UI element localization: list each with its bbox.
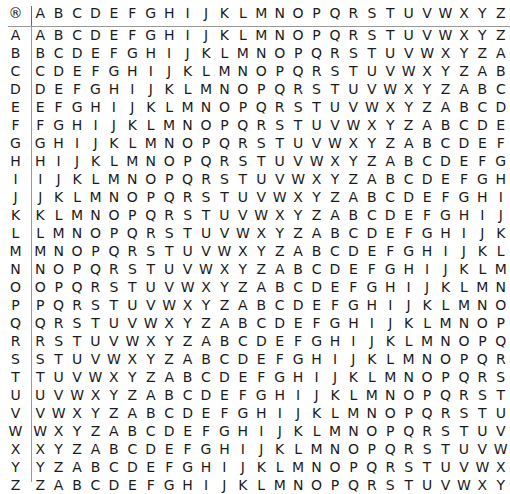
cell-Q-I: Y (178, 314, 196, 332)
cell-B-F: G (123, 44, 141, 62)
cell-I-O: W (289, 170, 307, 188)
cell-U-V: P (418, 386, 436, 404)
cell-V-Y: T (473, 404, 491, 422)
cell-N-Y: L (473, 260, 491, 278)
cell-L-T: E (381, 224, 399, 242)
cell-J-Q: Z (326, 188, 344, 206)
cell-K-Z: J (492, 206, 510, 224)
cell-Y-I: G (178, 458, 196, 476)
cell-A-E: E (105, 26, 123, 44)
cell-D-B: E (49, 80, 67, 98)
cell-K-H: R (160, 206, 178, 224)
cell-G-V: B (418, 134, 436, 152)
cell-M-D: P (86, 242, 104, 260)
cell-G-D: J (86, 134, 104, 152)
cell-V-H: C (160, 404, 178, 422)
cell-O-Y: M (473, 278, 491, 296)
cell-M-H: T (160, 242, 178, 260)
cell-J-I: R (178, 188, 196, 206)
cell-Y-R: P (344, 458, 362, 476)
cell-P-W: L (436, 296, 454, 314)
cell-K-E: O (105, 206, 123, 224)
cell-O-W: K (436, 278, 454, 296)
cell-E-A: E (31, 98, 49, 116)
cell-I-W: E (436, 170, 454, 188)
cell-J-L: U (234, 188, 252, 206)
cell-E-E: I (105, 98, 123, 116)
cell-F-F: K (123, 116, 141, 134)
cell-R-J: A (197, 332, 215, 350)
cell-K-S: C (363, 206, 381, 224)
cell-W-C: Y (68, 422, 86, 440)
cell-I-R: Z (344, 170, 362, 188)
col-header-P: P (307, 0, 325, 26)
cell-U-W: Q (436, 386, 454, 404)
cell-B-D: E (86, 44, 104, 62)
cell-F-Y: D (473, 116, 491, 134)
cell-R-Q: H (326, 332, 344, 350)
cell-Z-W: V (436, 476, 454, 494)
cell-K-M: W (252, 206, 270, 224)
cell-A-F: F (123, 26, 141, 44)
col-header-F: F (123, 0, 141, 26)
cell-I-G: O (142, 170, 160, 188)
cell-Y-W: U (436, 458, 454, 476)
cell-T-T: M (381, 368, 399, 386)
cell-H-L: S (234, 152, 252, 170)
cell-L-E: P (105, 224, 123, 242)
cell-E-Y: C (473, 98, 491, 116)
cell-O-O: C (289, 278, 307, 296)
cell-E-U: Y (399, 98, 417, 116)
cell-P-S: H (363, 296, 381, 314)
cell-W-N: J (270, 422, 288, 440)
col-header-D: D (86, 0, 104, 26)
cell-C-H: J (160, 62, 178, 80)
cell-S-N: F (270, 350, 288, 368)
cell-W-Z: V (492, 422, 510, 440)
cell-V-K: F (215, 404, 233, 422)
cell-I-T: B (381, 170, 399, 188)
cell-Y-A: Y (31, 458, 49, 476)
cell-Z-R: Q (344, 476, 362, 494)
cell-D-R: U (344, 80, 362, 98)
cell-D-W: Z (436, 80, 454, 98)
cell-M-Y: K (473, 242, 491, 260)
cell-P-B: Q (49, 296, 67, 314)
cell-C-U: W (399, 62, 417, 80)
cell-K-D: N (86, 206, 104, 224)
cell-R-D: U (86, 332, 104, 350)
cell-U-R: L (344, 386, 362, 404)
cell-K-Y: I (473, 206, 491, 224)
cell-G-J: P (197, 134, 215, 152)
cell-G-O: U (289, 134, 307, 152)
cell-X-D: A (86, 440, 104, 458)
cell-K-F: P (123, 206, 141, 224)
cell-B-L: M (234, 44, 252, 62)
cell-Z-P: O (307, 476, 325, 494)
cell-A-D: D (86, 26, 104, 44)
cell-G-U: A (399, 134, 417, 152)
cell-U-N: H (270, 386, 288, 404)
cell-E-I: M (178, 98, 196, 116)
cell-X-K: H (215, 440, 233, 458)
cell-G-M: S (252, 134, 270, 152)
cell-V-D: Y (86, 404, 104, 422)
cell-T-Q: J (326, 368, 344, 386)
cell-F-O: T (289, 116, 307, 134)
cell-K-P: Z (307, 206, 325, 224)
cell-F-H: M (160, 116, 178, 134)
cell-R-N: E (270, 332, 288, 350)
cell-U-K: E (215, 386, 233, 404)
cell-F-N: S (270, 116, 288, 134)
cell-Y-K: I (215, 458, 233, 476)
cell-V-A: V (31, 404, 49, 422)
cell-T-O: H (289, 368, 307, 386)
cell-M-X: J (455, 242, 473, 260)
cell-Y-G: E (142, 458, 160, 476)
cell-X-P: M (307, 440, 325, 458)
cell-N-X: K (455, 260, 473, 278)
cell-N-Z: M (492, 260, 510, 278)
cell-S-F: X (123, 350, 141, 368)
cell-E-V: Z (418, 98, 436, 116)
cell-R-W: N (436, 332, 454, 350)
cell-W-V: R (418, 422, 436, 440)
cell-K-W: G (436, 206, 454, 224)
cell-B-O: P (289, 44, 307, 62)
cell-P-K: Z (215, 296, 233, 314)
cell-P-F: U (123, 296, 141, 314)
cell-J-J: S (197, 188, 215, 206)
cell-L-H: S (160, 224, 178, 242)
cell-E-P: T (307, 98, 325, 116)
cell-J-M: V (252, 188, 270, 206)
cell-N-M: Z (252, 260, 270, 278)
cell-Q-S: I (363, 314, 381, 332)
cell-R-H: Y (160, 332, 178, 350)
cell-Y-C: A (68, 458, 86, 476)
cell-S-O: G (289, 350, 307, 368)
cell-Z-O: N (289, 476, 307, 494)
cell-E-X: B (455, 98, 473, 116)
cell-C-B: D (49, 62, 67, 80)
row-header-W: W (0, 422, 31, 440)
cell-X-A: X (31, 440, 49, 458)
cell-O-B: P (49, 278, 67, 296)
cell-H-P: W (307, 152, 325, 170)
cell-Y-P: N (307, 458, 325, 476)
row-header-P: P (0, 296, 31, 314)
cell-Z-M: L (252, 476, 270, 494)
cell-M-I: U (178, 242, 196, 260)
cell-Y-H: F (160, 458, 178, 476)
cell-X-L: I (234, 440, 252, 458)
cell-F-X: C (455, 116, 473, 134)
cell-S-Z: R (492, 350, 510, 368)
col-header-X: X (455, 0, 473, 26)
cell-D-O: R (289, 80, 307, 98)
cell-H-X: E (455, 152, 473, 170)
cell-L-M: X (252, 224, 270, 242)
cell-T-J: C (197, 368, 215, 386)
cell-Q-F: V (123, 314, 141, 332)
cell-X-W: T (436, 440, 454, 458)
cell-F-R: W (344, 116, 362, 134)
cell-T-F: Y (123, 368, 141, 386)
cell-H-O: V (289, 152, 307, 170)
cell-Q-N: D (270, 314, 288, 332)
row-header-G: G (0, 134, 31, 152)
cell-Y-X: V (455, 458, 473, 476)
cell-T-B: U (49, 368, 67, 386)
cell-F-E: J (105, 116, 123, 134)
row-header-K: K (0, 206, 31, 224)
cell-N-N: A (270, 260, 288, 278)
cell-S-V: N (418, 350, 436, 368)
cell-A-W: W (436, 26, 454, 44)
cell-N-F: S (123, 260, 141, 278)
cell-B-Y: Z (473, 44, 491, 62)
cell-X-C: Z (68, 440, 86, 458)
cell-Q-Y: O (473, 314, 491, 332)
cell-N-O: B (289, 260, 307, 278)
col-header-M: M (252, 0, 270, 26)
cell-C-Y: A (473, 62, 491, 80)
cipher-letter-grid: ®ABCDEFGHIJKLMNOPQRSTUVWXYZAABCDEFGHIJKL… (0, 0, 510, 494)
cell-T-Z: S (492, 368, 510, 386)
col-header-E: E (105, 0, 123, 26)
cell-R-A: R (31, 332, 49, 350)
cell-X-N: K (270, 440, 288, 458)
cell-G-T: Z (381, 134, 399, 152)
cell-F-G: L (142, 116, 160, 134)
cell-X-V: S (418, 440, 436, 458)
cell-I-B: J (49, 170, 67, 188)
cell-M-J: V (197, 242, 215, 260)
tabula-recta-board: ®ABCDEFGHIJKLMNOPQRSTUVWXYZAABCDEFGHIJKL… (0, 0, 510, 494)
cell-I-P: X (307, 170, 325, 188)
cell-V-J: E (197, 404, 215, 422)
cell-K-B: L (49, 206, 67, 224)
cell-D-I: L (178, 80, 196, 98)
cell-A-V: V (418, 26, 436, 44)
cell-F-J: O (197, 116, 215, 134)
cell-R-S: J (363, 332, 381, 350)
cell-P-Y: N (473, 296, 491, 314)
cell-B-R: S (344, 44, 362, 62)
cell-G-S: Y (363, 134, 381, 152)
cell-K-C: M (68, 206, 86, 224)
cell-J-D: M (86, 188, 104, 206)
cell-E-R: V (344, 98, 362, 116)
col-header-W: W (436, 0, 454, 26)
cell-Q-J: Z (197, 314, 215, 332)
cell-K-X: H (455, 206, 473, 224)
cell-T-N: G (270, 368, 288, 386)
cell-Q-C: S (68, 314, 86, 332)
cell-I-I: Q (178, 170, 196, 188)
cell-Q-B: R (49, 314, 67, 332)
col-header-B: B (49, 0, 67, 26)
cell-I-S: A (363, 170, 381, 188)
cell-P-E: T (105, 296, 123, 314)
cell-M-Q: C (326, 242, 344, 260)
cell-O-V: J (418, 278, 436, 296)
cell-S-X: P (455, 350, 473, 368)
cell-O-C: Q (68, 278, 86, 296)
cell-A-Z: Z (492, 26, 510, 44)
cell-S-S: K (363, 350, 381, 368)
cell-W-O: K (289, 422, 307, 440)
cell-Y-B: Z (49, 458, 67, 476)
cell-C-D: F (86, 62, 104, 80)
row-header-O: O (0, 278, 31, 296)
cell-J-N: W (270, 188, 288, 206)
cell-G-W: C (436, 134, 454, 152)
cell-Q-V: L (418, 314, 436, 332)
cell-L-X: I (455, 224, 473, 242)
cell-L-V: G (418, 224, 436, 242)
cell-C-O: Q (289, 62, 307, 80)
cell-Q-H: X (160, 314, 178, 332)
cell-P-U: J (399, 296, 417, 314)
cell-N-L: Y (234, 260, 252, 278)
cell-A-X: X (455, 26, 473, 44)
cell-M-Z: L (492, 242, 510, 260)
cell-R-U: L (399, 332, 417, 350)
cell-Z-F: E (123, 476, 141, 494)
cell-W-Q: M (326, 422, 344, 440)
cell-F-U: Z (399, 116, 417, 134)
cell-A-H: H (160, 26, 178, 44)
cell-B-X: Y (455, 44, 473, 62)
cell-T-L: E (234, 368, 252, 386)
cell-T-K: D (215, 368, 233, 386)
cell-X-Y: V (473, 440, 491, 458)
cell-P-Z: O (492, 296, 510, 314)
cell-V-F: A (123, 404, 141, 422)
cell-F-T: Y (381, 116, 399, 134)
cell-I-C: K (68, 170, 86, 188)
cell-B-T: U (381, 44, 399, 62)
cell-F-P: U (307, 116, 325, 134)
cell-F-M: R (252, 116, 270, 134)
cell-H-V: C (418, 152, 436, 170)
cell-I-E: M (105, 170, 123, 188)
cell-N-T: G (381, 260, 399, 278)
cell-D-J: M (197, 80, 215, 98)
cell-E-Q: U (326, 98, 344, 116)
cell-L-Y: J (473, 224, 491, 242)
cell-C-S: U (363, 62, 381, 80)
cell-U-E: Y (105, 386, 123, 404)
cell-J-R: A (344, 188, 362, 206)
cell-L-L: W (234, 224, 252, 242)
cell-A-M: M (252, 26, 270, 44)
cell-A-C: C (68, 26, 86, 44)
cell-Y-L: J (234, 458, 252, 476)
cell-W-W: S (436, 422, 454, 440)
cell-R-Y: P (473, 332, 491, 350)
cell-A-L: L (234, 26, 252, 44)
cell-G-Q: W (326, 134, 344, 152)
cell-L-P: A (307, 224, 325, 242)
cell-I-Q: Y (326, 170, 344, 188)
cell-H-G: N (142, 152, 160, 170)
cell-E-C: G (68, 98, 86, 116)
cell-F-D: I (86, 116, 104, 134)
cell-M-S: E (363, 242, 381, 260)
cell-O-Q: E (326, 278, 344, 296)
col-header-C: C (68, 0, 86, 26)
cell-O-I: W (178, 278, 196, 296)
cell-A-S: S (363, 26, 381, 44)
cell-T-W: P (436, 368, 454, 386)
cell-A-N: N (270, 26, 288, 44)
cell-E-M: Q (252, 98, 270, 116)
cell-L-S: D (363, 224, 381, 242)
cell-O-X: L (455, 278, 473, 296)
cell-O-H: V (160, 278, 178, 296)
cell-L-W: H (436, 224, 454, 242)
cell-L-B: M (49, 224, 67, 242)
cell-Z-G: F (142, 476, 160, 494)
cell-F-I: N (178, 116, 196, 134)
cell-P-H: W (160, 296, 178, 314)
cell-G-Y: E (473, 134, 491, 152)
cell-X-H: E (160, 440, 178, 458)
cell-T-P: I (307, 368, 325, 386)
cell-U-U: O (399, 386, 417, 404)
cell-F-L: Q (234, 116, 252, 134)
cell-M-O: A (289, 242, 307, 260)
cell-P-V: K (418, 296, 436, 314)
cell-T-S: L (363, 368, 381, 386)
cell-Z-H: G (160, 476, 178, 494)
cell-X-F: C (123, 440, 141, 458)
row-header-E: E (0, 98, 31, 116)
cell-H-D: K (86, 152, 104, 170)
cell-Y-M: K (252, 458, 270, 476)
cell-P-R: G (344, 296, 362, 314)
cell-O-R: F (344, 278, 362, 296)
cell-Q-E: U (105, 314, 123, 332)
cell-N-Q: D (326, 260, 344, 278)
cell-V-B: W (49, 404, 67, 422)
cell-D-T: W (381, 80, 399, 98)
cell-G-G: M (142, 134, 160, 152)
cell-X-S: P (363, 440, 381, 458)
cell-J-E: N (105, 188, 123, 206)
cell-D-S: V (363, 80, 381, 98)
cell-Z-Q: P (326, 476, 344, 494)
cell-U-C: W (68, 386, 86, 404)
cell-Q-X: N (455, 314, 473, 332)
cell-L-D: O (86, 224, 104, 242)
cell-E-G: K (142, 98, 160, 116)
cell-R-O: F (289, 332, 307, 350)
cell-W-E: A (105, 422, 123, 440)
cell-A-A: A (31, 26, 49, 44)
cell-J-V: E (418, 188, 436, 206)
row-header-X: X (0, 440, 31, 458)
cell-H-I: P (178, 152, 196, 170)
col-header-K: K (215, 0, 233, 26)
cell-M-F: R (123, 242, 141, 260)
